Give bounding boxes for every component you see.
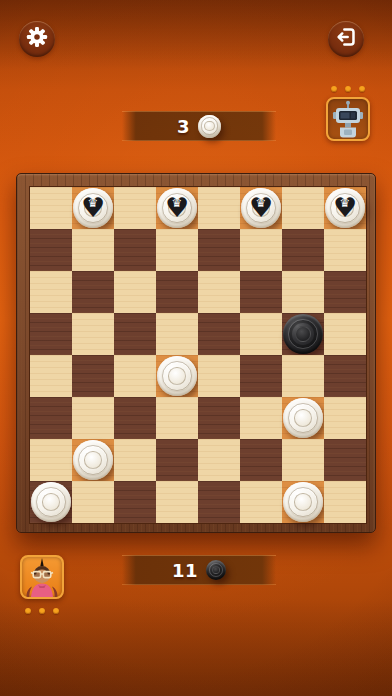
exit-door-arrow-icon <box>335 26 357 52</box>
square-r8c1[interactable] <box>30 481 72 523</box>
square-r3c6[interactable] <box>240 271 282 313</box>
square-r7c6[interactable] <box>240 439 282 481</box>
opponent-avatar[interactable] <box>326 97 370 141</box>
dot <box>359 86 365 92</box>
dot <box>331 86 337 92</box>
square-r2c8 <box>324 229 366 271</box>
square-r1c8[interactable]: ♥♛ <box>324 187 366 229</box>
square-r4c8 <box>324 313 366 355</box>
square-r2c2 <box>72 229 114 271</box>
king-heart-crown-icon: ♥♛ <box>241 188 281 228</box>
dot <box>39 608 45 614</box>
square-r2c7[interactable] <box>282 229 324 271</box>
square-r1c2[interactable]: ♥♛ <box>72 187 114 229</box>
square-r3c3 <box>114 271 156 313</box>
square-r7c3 <box>114 439 156 481</box>
player-score-pill: 11 <box>122 555 276 585</box>
white-king-piece[interactable]: ♥♛ <box>157 188 197 228</box>
player-avatar[interactable] <box>20 555 64 599</box>
square-r5c4[interactable] <box>156 355 198 397</box>
square-r5c1 <box>30 355 72 397</box>
opponent-lives-dots <box>326 86 370 92</box>
white-man-piece[interactable] <box>283 398 323 438</box>
square-r5c7 <box>282 355 324 397</box>
square-r3c1 <box>30 271 72 313</box>
black-checker-icon <box>206 560 226 580</box>
square-r3c8[interactable] <box>324 271 366 313</box>
person-glasses-icon <box>22 582 62 599</box>
square-r1c4[interactable]: ♥♛ <box>156 187 198 229</box>
square-r4c5[interactable] <box>198 313 240 355</box>
white-king-piece[interactable]: ♥♛ <box>73 188 113 228</box>
dot <box>25 608 31 614</box>
square-r4c3[interactable] <box>114 313 156 355</box>
square-r1c6[interactable]: ♥♛ <box>240 187 282 229</box>
square-r1c5 <box>198 187 240 229</box>
square-r6c1[interactable] <box>30 397 72 439</box>
square-r4c6 <box>240 313 282 355</box>
exit-button[interactable] <box>328 21 364 57</box>
square-r8c3[interactable] <box>114 481 156 523</box>
square-r7c5 <box>198 439 240 481</box>
square-r4c4 <box>156 313 198 355</box>
player-score: 11 <box>172 560 198 581</box>
robot-icon <box>328 124 368 141</box>
opponent-score-pill: 3 <box>122 111 276 141</box>
square-r7c7 <box>282 439 324 481</box>
square-r5c6[interactable] <box>240 355 282 397</box>
dot <box>53 608 59 614</box>
square-r8c2 <box>72 481 114 523</box>
square-r6c7[interactable] <box>282 397 324 439</box>
square-r6c8 <box>324 397 366 439</box>
checkers-board: ♥♛♥♛♥♛♥♛ <box>16 173 376 533</box>
player-lives-dots <box>20 608 64 614</box>
white-man-piece[interactable] <box>157 356 197 396</box>
square-r2c6 <box>240 229 282 271</box>
square-r2c3[interactable] <box>114 229 156 271</box>
square-r5c8[interactable] <box>324 355 366 397</box>
white-king-piece[interactable]: ♥♛ <box>325 188 365 228</box>
square-r5c2[interactable] <box>72 355 114 397</box>
square-r7c2[interactable] <box>72 439 114 481</box>
white-man-piece[interactable] <box>31 482 71 522</box>
white-man-piece[interactable] <box>283 482 323 522</box>
game-screen: 3 ♥♛♥♛♥♛♥♛ <box>0 0 392 696</box>
square-r2c1[interactable] <box>30 229 72 271</box>
square-r5c5 <box>198 355 240 397</box>
square-r6c6 <box>240 397 282 439</box>
square-r6c2 <box>72 397 114 439</box>
square-r1c3 <box>114 187 156 229</box>
square-r3c7 <box>282 271 324 313</box>
square-r1c1 <box>30 187 72 229</box>
square-r2c4 <box>156 229 198 271</box>
square-r4c2 <box>72 313 114 355</box>
square-r6c5[interactable] <box>198 397 240 439</box>
square-r8c6 <box>240 481 282 523</box>
square-r6c3[interactable] <box>114 397 156 439</box>
black-man-piece[interactable] <box>283 314 323 354</box>
king-heart-crown-icon: ♥♛ <box>325 188 365 228</box>
gear-icon <box>26 26 48 52</box>
king-heart-crown-icon: ♥♛ <box>157 188 197 228</box>
board-grid: ♥♛♥♛♥♛♥♛ <box>29 186 367 524</box>
square-r1c7 <box>282 187 324 229</box>
square-r5c3 <box>114 355 156 397</box>
white-king-piece[interactable]: ♥♛ <box>241 188 281 228</box>
king-heart-crown-icon: ♥♛ <box>73 188 113 228</box>
square-r4c1[interactable] <box>30 313 72 355</box>
square-r7c1 <box>30 439 72 481</box>
settings-button[interactable] <box>19 21 55 57</box>
white-checker-icon <box>198 115 221 138</box>
square-r8c5[interactable] <box>198 481 240 523</box>
dot <box>345 86 351 92</box>
square-r8c8 <box>324 481 366 523</box>
square-r3c2[interactable] <box>72 271 114 313</box>
square-r7c8[interactable] <box>324 439 366 481</box>
square-r3c4[interactable] <box>156 271 198 313</box>
square-r2c5[interactable] <box>198 229 240 271</box>
square-r8c7[interactable] <box>282 481 324 523</box>
square-r7c4[interactable] <box>156 439 198 481</box>
square-r4c7[interactable] <box>282 313 324 355</box>
white-man-piece[interactable] <box>73 440 113 480</box>
square-r3c5 <box>198 271 240 313</box>
opponent-score: 3 <box>177 116 190 137</box>
square-r8c4 <box>156 481 198 523</box>
square-r6c4 <box>156 397 198 439</box>
